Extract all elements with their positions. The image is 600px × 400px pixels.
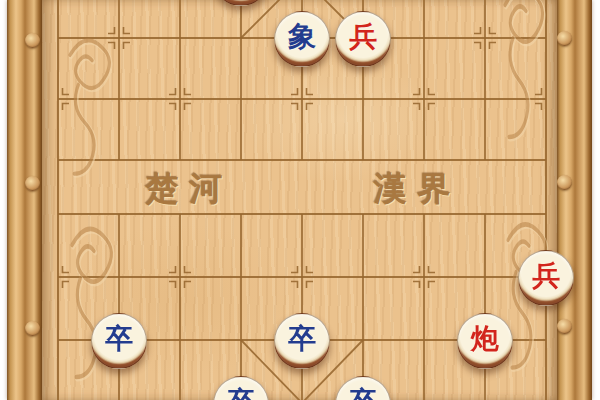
river-label-han: 漢界	[363, 167, 462, 212]
black-soldier-glyph: 卒	[227, 388, 255, 400]
frame-knob	[25, 321, 40, 336]
frame-knob	[557, 319, 572, 334]
piece-black-soldier-e7[interactable]: 卒	[274, 313, 330, 369]
piece-red-soldier-f2[interactable]: 兵	[335, 11, 391, 67]
frame-knob	[557, 31, 572, 46]
red-cannon-glyph: 炮	[471, 325, 499, 353]
board-frame-left	[7, 0, 42, 400]
red-soldier-glyph: 兵	[532, 262, 560, 290]
black-soldier-glyph: 卒	[288, 325, 316, 353]
frame-knob	[25, 176, 40, 191]
piece-black-soldier-b7[interactable]: 卒	[91, 313, 147, 369]
piece-black-elephant-e2[interactable]: 象	[274, 11, 330, 67]
frame-knob	[25, 33, 40, 48]
black-soldier-glyph: 卒	[105, 325, 133, 353]
board-frame-right	[557, 0, 592, 400]
black-elephant-glyph: 象	[288, 23, 316, 51]
red-soldier-glyph: 兵	[349, 23, 377, 51]
piece-red-soldier-i6[interactable]: 兵	[518, 250, 574, 306]
xiangqi-app: 楚河 漢界 將象兵兵卒卒炮卒卒	[0, 0, 600, 400]
river-label-chu: 楚河	[135, 167, 234, 212]
piece-red-cannon-h7[interactable]: 炮	[457, 313, 513, 369]
frame-knob	[557, 175, 572, 190]
black-soldier-glyph: 卒	[349, 388, 377, 400]
